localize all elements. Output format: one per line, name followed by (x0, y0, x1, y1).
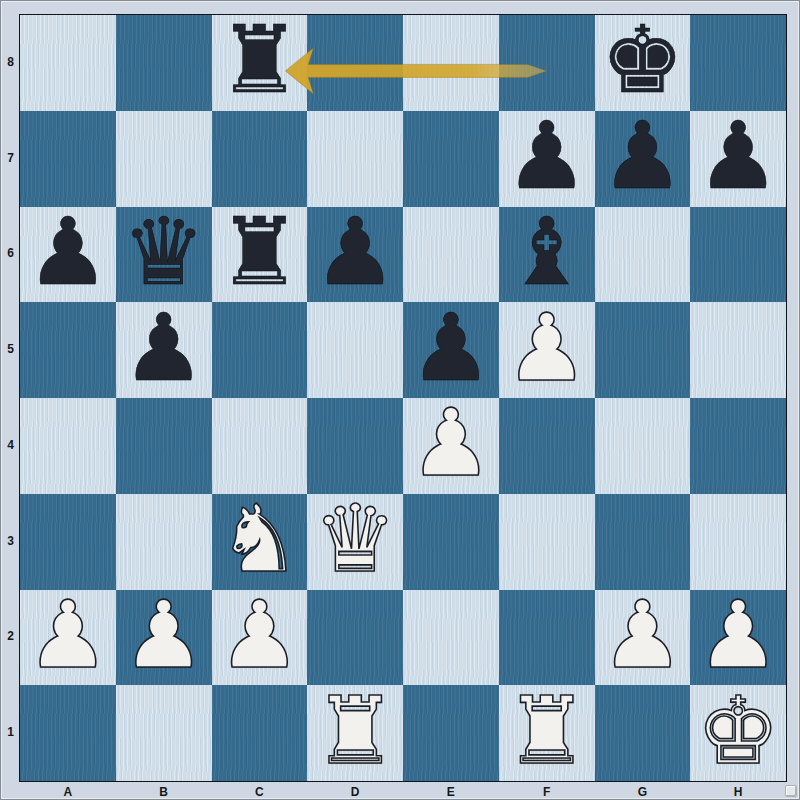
square-f6[interactable]: ♝ (499, 207, 595, 303)
square-h8[interactable] (690, 15, 786, 111)
file-label-C: C (212, 783, 308, 800)
resize-grip[interactable] (785, 785, 797, 797)
square-h6[interactable] (690, 207, 786, 303)
square-a6[interactable]: ♟ (20, 207, 116, 303)
rank-label-5: 5 (2, 301, 19, 397)
rank-label-7: 7 (2, 110, 19, 206)
square-e5[interactable]: ♟ (403, 302, 499, 398)
rank-label-1: 1 (2, 684, 19, 780)
file-label-E: E (403, 783, 499, 800)
square-a1[interactable] (20, 685, 116, 781)
black-pawn-g7[interactable]: ♟ (601, 111, 684, 203)
black-bishop-f6[interactable]: ♝ (505, 207, 588, 299)
square-g4[interactable] (595, 398, 691, 494)
square-b5[interactable]: ♟ (116, 302, 212, 398)
square-f2[interactable] (499, 590, 595, 686)
rank-label-8: 8 (2, 14, 19, 110)
square-b8[interactable] (116, 15, 212, 111)
square-f5[interactable]: ♟ (499, 302, 595, 398)
white-pawn-c2[interactable]: ♟ (218, 590, 301, 682)
square-b1[interactable] (116, 685, 212, 781)
square-c6[interactable]: ♜ (212, 207, 308, 303)
white-knight-c3[interactable]: ♞ (218, 494, 301, 586)
rank-label-2: 2 (2, 589, 19, 685)
square-c4[interactable] (212, 398, 308, 494)
white-pawn-h2[interactable]: ♟ (696, 590, 779, 682)
square-e1[interactable] (403, 685, 499, 781)
square-b7[interactable] (116, 111, 212, 207)
square-a7[interactable] (20, 111, 116, 207)
square-c3[interactable]: ♞ (212, 494, 308, 590)
square-g8[interactable]: ♚ (595, 15, 691, 111)
square-g7[interactable]: ♟ (595, 111, 691, 207)
square-d2[interactable] (307, 590, 403, 686)
black-queen-b6[interactable]: ♛ (122, 207, 205, 299)
black-pawn-a6[interactable]: ♟ (26, 207, 109, 299)
square-h5[interactable] (690, 302, 786, 398)
file-label-F: F (499, 783, 595, 800)
square-c7[interactable] (212, 111, 308, 207)
square-c8[interactable]: ♜ (212, 15, 308, 111)
square-c5[interactable] (212, 302, 308, 398)
black-pawn-f7[interactable]: ♟ (505, 111, 588, 203)
square-d3[interactable]: ♛ (307, 494, 403, 590)
square-h2[interactable]: ♟ (690, 590, 786, 686)
black-pawn-h7[interactable]: ♟ (696, 111, 779, 203)
square-d6[interactable]: ♟ (307, 207, 403, 303)
square-d5[interactable] (307, 302, 403, 398)
square-b4[interactable] (116, 398, 212, 494)
file-label-B: B (116, 783, 212, 800)
square-b3[interactable] (116, 494, 212, 590)
square-h1[interactable]: ♚ (690, 685, 786, 781)
rank-label-6: 6 (2, 206, 19, 302)
square-a8[interactable] (20, 15, 116, 111)
square-g2[interactable]: ♟ (595, 590, 691, 686)
black-rook-c6[interactable]: ♜ (218, 207, 301, 299)
square-a3[interactable] (20, 494, 116, 590)
square-e7[interactable] (403, 111, 499, 207)
square-d8[interactable] (307, 15, 403, 111)
rank-label-4: 4 (2, 397, 19, 493)
black-rook-c8[interactable]: ♜ (218, 15, 301, 107)
square-d1[interactable]: ♜ (307, 685, 403, 781)
square-f4[interactable] (499, 398, 595, 494)
square-d7[interactable] (307, 111, 403, 207)
file-label-D: D (307, 783, 403, 800)
white-pawn-g2[interactable]: ♟ (601, 590, 684, 682)
square-f3[interactable] (499, 494, 595, 590)
square-a5[interactable] (20, 302, 116, 398)
black-pawn-e5[interactable]: ♟ (409, 302, 492, 394)
square-h7[interactable]: ♟ (690, 111, 786, 207)
white-pawn-b2[interactable]: ♟ (122, 590, 205, 682)
file-label-H: H (690, 783, 786, 800)
square-f7[interactable]: ♟ (499, 111, 595, 207)
square-h3[interactable] (690, 494, 786, 590)
square-e3[interactable] (403, 494, 499, 590)
square-f1[interactable]: ♜ (499, 685, 595, 781)
square-e6[interactable] (403, 207, 499, 303)
rank-label-3: 3 (2, 493, 19, 589)
square-c1[interactable] (212, 685, 308, 781)
file-label-G: G (595, 783, 691, 800)
square-e4[interactable]: ♟ (403, 398, 499, 494)
black-pawn-b5[interactable]: ♟ (122, 302, 205, 394)
square-g5[interactable] (595, 302, 691, 398)
square-b6[interactable]: ♛ (116, 207, 212, 303)
black-pawn-d6[interactable]: ♟ (313, 207, 396, 299)
white-rook-f1[interactable]: ♜ (505, 685, 588, 777)
square-a4[interactable] (20, 398, 116, 494)
square-g3[interactable] (595, 494, 691, 590)
square-c2[interactable]: ♟ (212, 590, 308, 686)
black-king-g8[interactable]: ♚ (601, 15, 684, 107)
square-e8[interactable] (403, 15, 499, 111)
square-f8[interactable] (499, 15, 595, 111)
white-queen-d3[interactable]: ♛ (313, 494, 396, 586)
square-e2[interactable] (403, 590, 499, 686)
white-pawn-e4[interactable]: ♟ (409, 398, 492, 490)
white-pawn-a2[interactable]: ♟ (26, 590, 109, 682)
square-h4[interactable] (690, 398, 786, 494)
square-g1[interactable] (595, 685, 691, 781)
square-b2[interactable]: ♟ (116, 590, 212, 686)
chess-board[interactable]: ♜♚♟♟♟♟♛♜♟♝♟♟♟♟♞♛♟♟♟♟♟♜♜♚ (19, 14, 787, 782)
white-king-h1[interactable]: ♚ (696, 685, 779, 777)
white-pawn-f5[interactable]: ♟ (505, 302, 588, 394)
white-rook-d1[interactable]: ♜ (313, 685, 396, 777)
square-d4[interactable] (307, 398, 403, 494)
chess-board-window: ♜♚♟♟♟♟♛♜♟♝♟♟♟♟♞♛♟♟♟♟♟♜♜♚ 87654321 ABCDEF… (0, 0, 800, 800)
square-g6[interactable] (595, 207, 691, 303)
square-a2[interactable]: ♟ (20, 590, 116, 686)
file-label-A: A (20, 783, 116, 800)
